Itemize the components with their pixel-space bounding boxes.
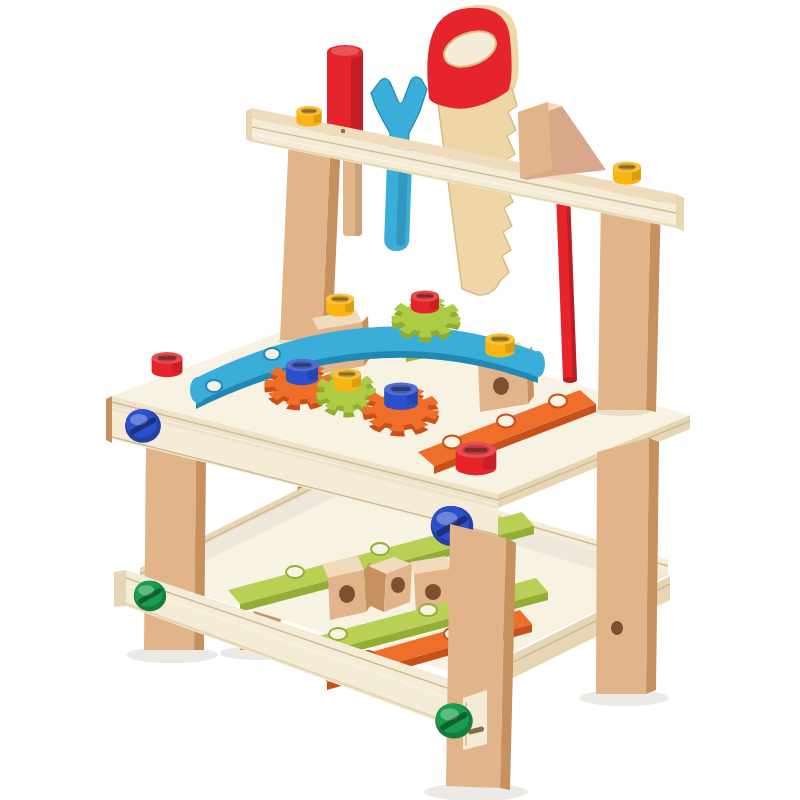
leg-back-right (596, 438, 659, 694)
green-knob-left-rail (134, 581, 166, 611)
rack-post-right (598, 192, 661, 412)
gear-bolt-blue (384, 382, 418, 410)
gear-bolt-yellow (333, 369, 361, 392)
gear-green-on-bridge (397, 291, 454, 339)
gear-bolt-blue (286, 359, 318, 385)
bridge-bolt-yellow-right (485, 333, 514, 357)
leg-peg-hole (611, 621, 623, 635)
shelf-wood-block-2 (366, 557, 412, 612)
green-knob-front-rail (435, 703, 472, 738)
red-knob (152, 352, 183, 377)
screwdriver-rod (556, 193, 577, 383)
rack-bolt-yellow-right (613, 162, 641, 185)
plank-bolt-red (456, 442, 497, 475)
wood-plane-block (518, 102, 606, 180)
rack-bolt-yellow-left (296, 106, 321, 127)
blue-knob-left-apron (125, 409, 161, 443)
gear-bolt-red (411, 291, 439, 314)
bridge-bolt-yellow-left (326, 294, 354, 317)
leg-front-right (446, 524, 516, 790)
workbench-photo (0, 0, 800, 800)
photo-canvas (0, 0, 800, 800)
